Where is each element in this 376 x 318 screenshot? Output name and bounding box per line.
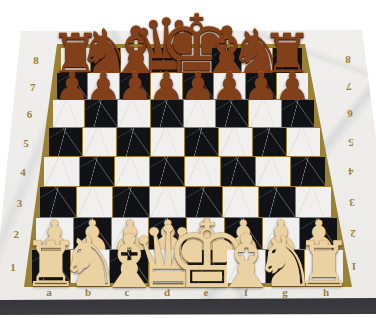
file-label-g: g <box>282 286 288 298</box>
square-a7[interactable]: ♟ <box>57 73 88 99</box>
square-e5[interactable] <box>185 128 218 156</box>
square-b5[interactable] <box>83 128 116 156</box>
square-f7[interactable]: ♟ <box>214 73 245 99</box>
file-label-f: f <box>244 286 248 298</box>
rank-label-right-6: 6 <box>347 108 353 120</box>
rank-label-left-5: 5 <box>23 137 29 149</box>
rank-label-right-3: 3 <box>349 197 355 209</box>
file-label-d: d <box>164 286 170 298</box>
rank-label-right-2: 2 <box>350 228 356 240</box>
rank-label-left-7: 7 <box>30 81 36 93</box>
file-label-c: c <box>125 286 130 298</box>
square-a5[interactable] <box>49 128 82 156</box>
rank-label-right-5: 5 <box>348 137 354 149</box>
square-b4[interactable] <box>80 157 114 186</box>
square-b7[interactable]: ♟ <box>88 73 119 99</box>
rank-label-left-1: 1 <box>10 261 16 273</box>
square-g5[interactable] <box>253 128 286 156</box>
board-rank-5 <box>48 128 321 157</box>
square-a6[interactable] <box>53 100 85 127</box>
square-g7[interactable]: ♟ <box>246 73 277 99</box>
square-c7[interactable]: ♟ <box>120 73 151 99</box>
square-d7[interactable]: ♟ <box>151 73 182 99</box>
file-label-e: e <box>204 286 209 298</box>
square-h6[interactable] <box>282 100 314 127</box>
rank-label-right-4: 4 <box>348 166 354 178</box>
square-a4[interactable] <box>44 157 78 186</box>
rank-label-left-4: 4 <box>20 166 26 178</box>
square-b6[interactable] <box>85 100 117 127</box>
square-g4[interactable] <box>256 157 290 186</box>
square-e7[interactable]: ♟ <box>183 73 214 99</box>
square-d5[interactable] <box>151 128 184 156</box>
square-h4[interactable] <box>291 157 325 186</box>
square-e6[interactable] <box>184 100 216 127</box>
square-f4[interactable] <box>221 157 255 186</box>
rank-label-right-1: 1 <box>351 261 357 273</box>
board-rank-7: ♟♟♟♟♟♟♟♟ <box>56 73 309 100</box>
square-d6[interactable] <box>151 100 183 127</box>
rank-label-left-8: 8 <box>33 54 39 66</box>
square-d4[interactable] <box>150 157 184 186</box>
rank-label-right-8: 8 <box>345 54 351 66</box>
file-label-a: a <box>46 286 52 298</box>
board-rank-1: ♜♞♝♛♚♝♞♜ <box>31 250 344 284</box>
square-c5[interactable] <box>117 128 150 156</box>
square-f6[interactable] <box>216 100 248 127</box>
chess-board-photo: ♜♞♝♛♚♝♞♜♟♟♟♟♟♟♟♟♟♟♟♟♟♟♟♟♜♞♝♛♚♝♞♜ 8765432… <box>0 0 376 318</box>
rank-label-right-7: 7 <box>346 81 352 93</box>
square-h5[interactable] <box>287 128 320 156</box>
square-c6[interactable] <box>118 100 150 127</box>
square-c4[interactable] <box>115 157 149 186</box>
square-g6[interactable] <box>249 100 281 127</box>
file-label-b: b <box>85 286 91 298</box>
rank-label-left-3: 3 <box>17 197 23 209</box>
square-h7[interactable]: ♟ <box>277 73 308 99</box>
square-e4[interactable] <box>185 157 219 186</box>
file-label-h: h <box>323 286 329 298</box>
square-f5[interactable] <box>219 128 252 156</box>
rank-label-left-6: 6 <box>27 108 33 120</box>
rank-label-left-2: 2 <box>14 228 20 240</box>
square-h1[interactable]: ♜ <box>305 250 343 283</box>
board-rank-4 <box>43 157 326 187</box>
board-rank-6 <box>52 100 315 128</box>
